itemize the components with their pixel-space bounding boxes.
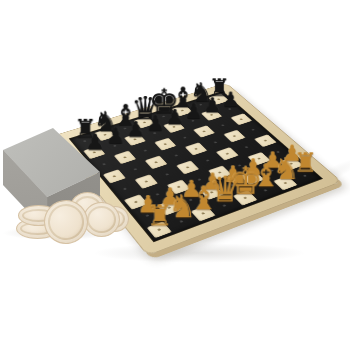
board-shadow xyxy=(92,243,307,263)
peg-hole xyxy=(143,149,147,151)
square-a1[interactable]: ♜ xyxy=(142,219,177,242)
peg-hole xyxy=(183,137,187,139)
peg-hole xyxy=(221,124,225,126)
piece-wood-rook-a1[interactable]: ♜ xyxy=(139,181,179,230)
checker-disc[interactable] xyxy=(83,202,120,237)
peg-hole xyxy=(123,188,127,191)
product-photo-scene: ♜♞♝♛♚♝♞♜♟♟♟♟♟♟♟♟♟♟♟♟♟♟♟♟♜♞♝♛♚♝♞♜ xyxy=(0,0,350,350)
light-square-inset xyxy=(154,138,177,151)
